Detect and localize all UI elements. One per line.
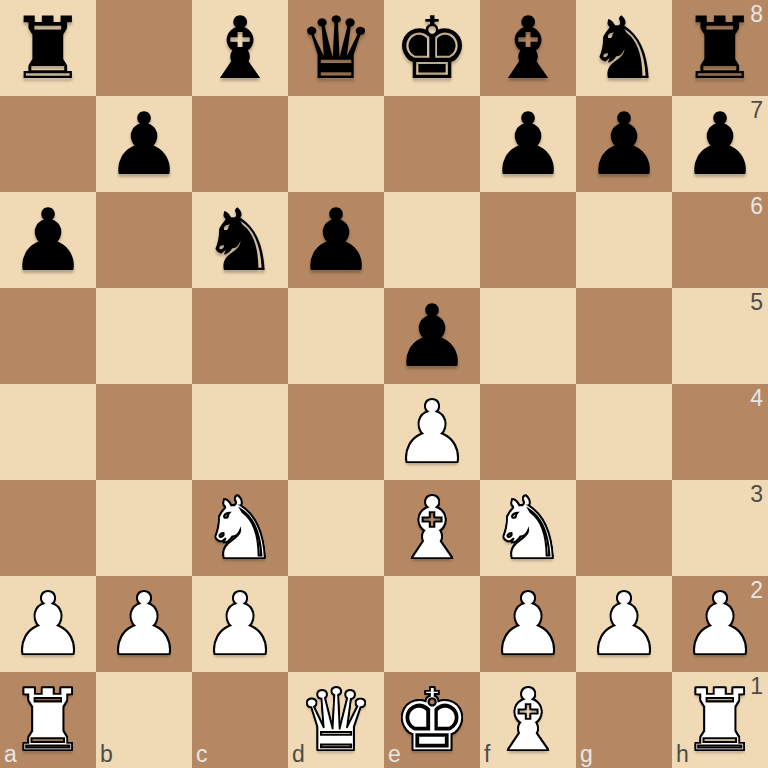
square-c3[interactable]: ♞	[192, 480, 288, 576]
square-b5[interactable]	[96, 288, 192, 384]
piece-black-knight[interactable]: ♞	[585, 0, 662, 96]
piece-black-bishop[interactable]: ♝	[201, 0, 278, 96]
square-g8[interactable]: ♞	[576, 0, 672, 96]
piece-white-pawn[interactable]: ♟	[393, 384, 470, 480]
square-a3[interactable]	[0, 480, 96, 576]
piece-black-king[interactable]: ♚	[393, 0, 470, 96]
square-f7[interactable]: ♟	[480, 96, 576, 192]
square-e8[interactable]: ♚	[384, 0, 480, 96]
square-c4[interactable]	[192, 384, 288, 480]
square-d5[interactable]	[288, 288, 384, 384]
piece-white-pawn[interactable]: ♟	[201, 576, 278, 672]
rank-label-3: 3	[750, 483, 763, 506]
square-b4[interactable]	[96, 384, 192, 480]
piece-black-pawn[interactable]: ♟	[393, 288, 470, 384]
piece-white-bishop[interactable]: ♝	[393, 480, 470, 576]
piece-white-rook[interactable]: ♜	[681, 672, 758, 768]
piece-white-pawn[interactable]: ♟	[585, 576, 662, 672]
square-f4[interactable]	[480, 384, 576, 480]
square-h4[interactable]: 4	[672, 384, 768, 480]
square-d4[interactable]	[288, 384, 384, 480]
square-a5[interactable]	[0, 288, 96, 384]
square-f5[interactable]	[480, 288, 576, 384]
square-g3[interactable]	[576, 480, 672, 576]
square-b7[interactable]: ♟	[96, 96, 192, 192]
piece-white-pawn[interactable]: ♟	[105, 576, 182, 672]
square-d3[interactable]	[288, 480, 384, 576]
piece-white-rook[interactable]: ♜	[9, 672, 86, 768]
chess-board: ♜♝♛♚♝♞♜8♟♟♟♟7♟♞♟6♟5♟4♞♝♞3♟♟♟♟♟♟2♜abc♛d♚e…	[0, 0, 768, 768]
square-b2[interactable]: ♟	[96, 576, 192, 672]
square-e5[interactable]: ♟	[384, 288, 480, 384]
square-c8[interactable]: ♝	[192, 0, 288, 96]
square-h8[interactable]: ♜8	[672, 0, 768, 96]
square-g1[interactable]: g	[576, 672, 672, 768]
square-f1[interactable]: ♝f	[480, 672, 576, 768]
square-h7[interactable]: ♟7	[672, 96, 768, 192]
piece-black-bishop[interactable]: ♝	[489, 0, 566, 96]
piece-black-queen[interactable]: ♛	[297, 0, 374, 96]
square-e1[interactable]: ♚e	[384, 672, 480, 768]
piece-black-knight[interactable]: ♞	[201, 192, 278, 288]
square-c1[interactable]: c	[192, 672, 288, 768]
piece-white-queen[interactable]: ♛	[297, 672, 374, 768]
square-f3[interactable]: ♞	[480, 480, 576, 576]
piece-white-pawn[interactable]: ♟	[489, 576, 566, 672]
square-a7[interactable]	[0, 96, 96, 192]
piece-black-pawn[interactable]: ♟	[681, 96, 758, 192]
square-d7[interactable]	[288, 96, 384, 192]
square-f8[interactable]: ♝	[480, 0, 576, 96]
piece-white-knight[interactable]: ♞	[489, 480, 566, 576]
square-c7[interactable]	[192, 96, 288, 192]
piece-black-rook[interactable]: ♜	[9, 0, 86, 96]
square-d2[interactable]	[288, 576, 384, 672]
square-h2[interactable]: ♟2	[672, 576, 768, 672]
square-a6[interactable]: ♟	[0, 192, 96, 288]
piece-black-pawn[interactable]: ♟	[585, 96, 662, 192]
square-b6[interactable]	[96, 192, 192, 288]
square-e2[interactable]	[384, 576, 480, 672]
square-a8[interactable]: ♜	[0, 0, 96, 96]
square-a2[interactable]: ♟	[0, 576, 96, 672]
square-e7[interactable]	[384, 96, 480, 192]
square-d6[interactable]: ♟	[288, 192, 384, 288]
square-h3[interactable]: 3	[672, 480, 768, 576]
file-label-g: g	[580, 743, 593, 766]
piece-black-rook[interactable]: ♜	[681, 0, 758, 96]
square-f2[interactable]: ♟	[480, 576, 576, 672]
piece-black-pawn[interactable]: ♟	[9, 192, 86, 288]
square-g2[interactable]: ♟	[576, 576, 672, 672]
square-f6[interactable]	[480, 192, 576, 288]
square-g7[interactable]: ♟	[576, 96, 672, 192]
square-c5[interactable]	[192, 288, 288, 384]
square-g5[interactable]	[576, 288, 672, 384]
square-h1[interactable]: ♜1h	[672, 672, 768, 768]
square-d8[interactable]: ♛	[288, 0, 384, 96]
square-b1[interactable]: b	[96, 672, 192, 768]
square-a1[interactable]: ♜a	[0, 672, 96, 768]
square-e6[interactable]	[384, 192, 480, 288]
square-c6[interactable]: ♞	[192, 192, 288, 288]
square-g6[interactable]	[576, 192, 672, 288]
piece-black-pawn[interactable]: ♟	[489, 96, 566, 192]
piece-black-pawn[interactable]: ♟	[105, 96, 182, 192]
piece-white-pawn[interactable]: ♟	[9, 576, 86, 672]
square-e3[interactable]: ♝	[384, 480, 480, 576]
rank-label-6: 6	[750, 195, 763, 218]
square-a4[interactable]	[0, 384, 96, 480]
square-g4[interactable]	[576, 384, 672, 480]
piece-white-pawn[interactable]: ♟	[681, 576, 758, 672]
rank-label-4: 4	[750, 387, 763, 410]
square-b8[interactable]	[96, 0, 192, 96]
square-c2[interactable]: ♟	[192, 576, 288, 672]
square-h6[interactable]: 6	[672, 192, 768, 288]
square-d1[interactable]: ♛d	[288, 672, 384, 768]
piece-white-knight[interactable]: ♞	[201, 480, 278, 576]
piece-white-bishop[interactable]: ♝	[489, 672, 566, 768]
file-label-c: c	[196, 743, 208, 766]
piece-black-pawn[interactable]: ♟	[297, 192, 374, 288]
piece-white-king[interactable]: ♚	[393, 672, 470, 768]
file-label-b: b	[100, 743, 113, 766]
rank-label-5: 5	[750, 291, 763, 314]
square-b3[interactable]	[96, 480, 192, 576]
square-h5[interactable]: 5	[672, 288, 768, 384]
square-e4[interactable]: ♟	[384, 384, 480, 480]
